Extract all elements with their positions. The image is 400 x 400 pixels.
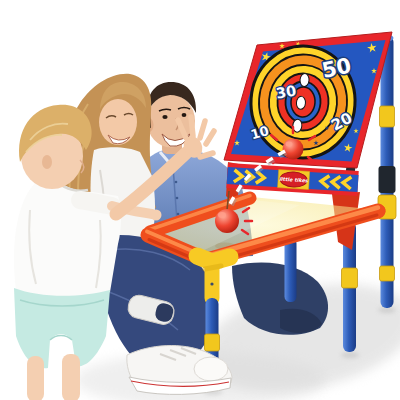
target-board: 50 30 20 10 little tikes xyxy=(224,32,392,196)
tether-ball-hanging xyxy=(215,209,239,233)
tether-ball-board xyxy=(283,139,304,160)
frame-strap xyxy=(379,166,396,193)
toddler-hand xyxy=(151,210,162,221)
scene-svg: 50 30 20 10 little tikes xyxy=(0,0,400,400)
toddler-leg xyxy=(27,356,44,400)
woman-head xyxy=(99,99,137,145)
table-leg-right xyxy=(285,238,297,302)
toddler-shorts xyxy=(14,288,110,368)
product-photo-target-toss: 50 30 20 10 little tikes xyxy=(0,0,400,400)
toddler-leg xyxy=(62,354,80,400)
